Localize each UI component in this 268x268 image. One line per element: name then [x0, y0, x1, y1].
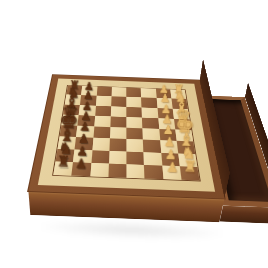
square-2-2 [95, 105, 111, 116]
square-7-1: ♟ [72, 162, 91, 176]
square-1-6: ♟ [156, 98, 172, 108]
square-0-7: ♜ [170, 89, 186, 99]
square-3-4 [126, 117, 142, 128]
square-0-2 [96, 87, 111, 97]
square-6-3 [109, 151, 127, 164]
white-pawn: ♟ [155, 160, 189, 175]
scene: ♜♟♟♜♞♟♟♞♝♟♟♝♛♟♟♛♚♟♟♚♝♟♟♝♞♟♟♞♜♟♟♜ [14, 30, 254, 244]
chess-box-assembly: ♜♟♟♜♞♟♟♞♝♟♟♝♛♟♟♛♚♟♟♚♝♟♟♝♞♟♟♞♜♟♟♜ [28, 75, 224, 199]
square-0-4 [126, 88, 141, 98]
square-1-4 [126, 97, 141, 107]
square-0-3 [111, 87, 126, 97]
drawer-front-face [220, 206, 268, 224]
square-0-6: ♟ [156, 89, 172, 99]
white-rook: ♜ [165, 83, 193, 96]
square-6-4 [126, 151, 144, 165]
square-5-4 [126, 139, 143, 152]
square-4-3 [110, 127, 127, 139]
square-0-0: ♜ [66, 85, 82, 95]
white-knight: ♞ [166, 90, 195, 105]
black-pawn: ♟ [74, 90, 103, 102]
black-rook: ♜ [61, 79, 89, 92]
square-7-6: ♟ [162, 165, 181, 179]
square-5-3 [109, 138, 126, 151]
perspective-wrapper: ♜♟♟♜♞♟♟♞♝♟♟♝♛♟♟♛♚♟♟♚♝♟♟♝♞♟♟♞♜♟♟♜ [10, 25, 258, 248]
square-1-2 [96, 96, 112, 106]
square-1-0: ♞ [65, 95, 82, 105]
white-pawn: ♟ [150, 93, 179, 105]
board-rim: ♜♟♟♜♞♟♟♞♝♟♟♝♛♟♟♛♚♟♟♚♝♟♟♝♞♟♟♞♜♟♟♜ [28, 75, 224, 199]
square-2-3 [111, 106, 127, 117]
square-0-5 [141, 88, 156, 98]
square-7-3 [108, 163, 126, 177]
square-7-4 [126, 164, 144, 178]
square-1-3 [111, 96, 126, 106]
square-2-4 [126, 107, 142, 118]
square-4-4 [126, 128, 143, 140]
square-1-1: ♟ [80, 95, 96, 105]
square-2-5 [142, 107, 158, 118]
maple-border: ♜♟♟♜♞♟♟♞♝♟♟♝♛♟♟♛♚♟♟♚♝♟♟♝♞♟♟♞♜♟♟♜ [38, 79, 215, 192]
black-knight: ♞ [59, 86, 88, 101]
square-0-1: ♟ [81, 86, 97, 96]
board-grid: ♜♟♟♜♞♟♟♞♝♟♟♝♛♟♟♛♚♟♟♚♝♟♟♝♞♟♟♞♜♟♟♜ [53, 85, 199, 180]
square-1-5 [141, 98, 157, 108]
black-pawn: ♟ [75, 80, 103, 92]
square-1-7: ♞ [171, 99, 188, 109]
black-pawn: ♟ [65, 157, 99, 172]
chess-set-photo: ♜♟♟♜♞♟♟♞♝♟♟♝♛♟♟♛♚♟♟♚♝♟♟♝♞♟♟♞♜♟♟♜ [0, 0, 268, 268]
white-pawn: ♟ [150, 83, 178, 95]
square-3-3 [110, 116, 126, 127]
